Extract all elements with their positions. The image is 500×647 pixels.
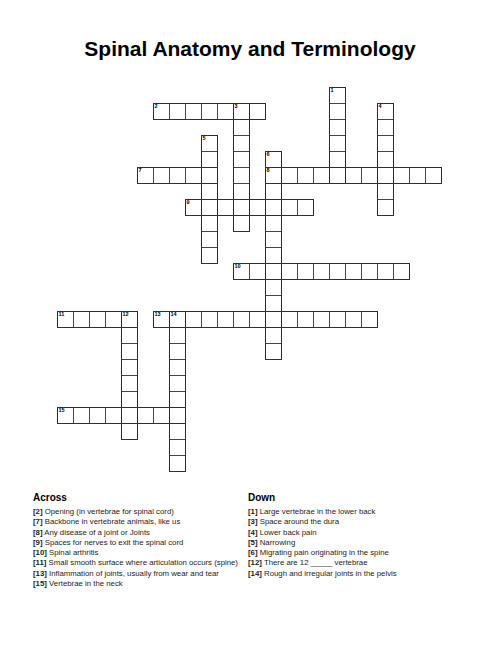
grid-cell[interactable] <box>265 183 282 200</box>
grid-cell[interactable] <box>345 263 362 280</box>
grid-cell[interactable] <box>329 119 346 136</box>
grid-cell[interactable] <box>169 407 186 424</box>
grid-cell[interactable] <box>201 103 218 120</box>
grid-cell[interactable] <box>121 327 138 344</box>
grid-cell[interactable] <box>265 311 282 328</box>
grid-cell[interactable] <box>233 215 250 232</box>
grid-cell[interactable] <box>73 407 90 424</box>
grid-cell[interactable] <box>377 151 394 168</box>
grid-cell[interactable] <box>201 199 218 216</box>
grid-cell[interactable] <box>201 247 218 264</box>
crossword-grid: 123456789101112131415 <box>57 87 443 473</box>
grid-cell[interactable] <box>425 167 442 184</box>
down-clue-1: [1] Large vertebrae in the lower back <box>248 507 468 517</box>
grid-cell[interactable] <box>281 263 298 280</box>
worksheet-page: Spinal Anatomy and Terminology 123456789… <box>0 0 500 647</box>
grid-cell[interactable] <box>169 359 186 376</box>
grid-cell[interactable] <box>377 103 394 120</box>
across-clue-2: [2] Opening (in vertebrae for spinal cor… <box>33 507 245 517</box>
grid-cell[interactable] <box>201 151 218 168</box>
grid-cell[interactable] <box>57 407 74 424</box>
across-clue-8: [8] Any disease of a joint or Joints <box>33 528 245 538</box>
grid-cell[interactable] <box>169 423 186 440</box>
grid-cell[interactable] <box>281 167 298 184</box>
grid-cell[interactable] <box>329 151 346 168</box>
down-clue-4: [4] Lower back pain <box>248 528 468 538</box>
grid-cell[interactable] <box>169 327 186 344</box>
grid-cell[interactable] <box>153 103 170 120</box>
grid-cell[interactable] <box>265 247 282 264</box>
grid-cell[interactable] <box>169 375 186 392</box>
grid-cell[interactable] <box>169 391 186 408</box>
grid-cell[interactable] <box>105 407 122 424</box>
grid-cell[interactable] <box>169 103 186 120</box>
grid-cell[interactable] <box>249 263 266 280</box>
grid-cell[interactable] <box>265 279 282 296</box>
grid-cell[interactable] <box>185 311 202 328</box>
grid-cell[interactable] <box>265 151 282 168</box>
grid-cell[interactable] <box>329 103 346 120</box>
grid-cell[interactable] <box>249 103 266 120</box>
grid-cell[interactable] <box>281 311 298 328</box>
grid-cell[interactable] <box>201 231 218 248</box>
grid-cell[interactable] <box>377 167 394 184</box>
grid-cell[interactable] <box>217 103 234 120</box>
grid-cell[interactable] <box>169 439 186 456</box>
across-clues-section: Across [2] Opening (in vertebrae for spi… <box>33 492 245 589</box>
across-clue-15: [15] Vertebrae in the neck <box>33 579 245 589</box>
grid-cell[interactable] <box>377 135 394 152</box>
grid-cell[interactable] <box>313 311 330 328</box>
grid-cell[interactable] <box>329 135 346 152</box>
across-clue-13: [13] Inflammation of joints, usually fro… <box>33 569 245 579</box>
grid-cell[interactable] <box>265 231 282 248</box>
grid-cell[interactable] <box>361 263 378 280</box>
grid-cell[interactable] <box>233 199 250 216</box>
grid-cell[interactable] <box>73 311 90 328</box>
grid-cell[interactable] <box>233 151 250 168</box>
down-clue-14: [14] Rough and irregular joints in the p… <box>248 569 468 579</box>
grid-cell[interactable] <box>377 119 394 136</box>
grid-cell[interactable] <box>121 375 138 392</box>
grid-cell[interactable] <box>329 263 346 280</box>
across-clue-list: [2] Opening (in vertebrae for spinal cor… <box>33 507 245 589</box>
grid-cell[interactable] <box>121 423 138 440</box>
grid-cell[interactable] <box>361 167 378 184</box>
grid-cell[interactable] <box>329 167 346 184</box>
grid-cell[interactable] <box>281 199 298 216</box>
grid-cell[interactable] <box>201 167 218 184</box>
grid-cell[interactable] <box>121 391 138 408</box>
across-clue-10: [10] Spinal arthritis <box>33 548 245 558</box>
grid-cell[interactable] <box>201 135 218 152</box>
grid-cell[interactable] <box>377 199 394 216</box>
grid-cell[interactable] <box>297 311 314 328</box>
grid-cell[interactable] <box>121 359 138 376</box>
grid-cell[interactable] <box>233 135 250 152</box>
grid-cell[interactable] <box>153 407 170 424</box>
grid-cell[interactable] <box>121 407 138 424</box>
grid-cell[interactable] <box>121 343 138 360</box>
grid-cell[interactable] <box>105 311 122 328</box>
down-clue-3: [3] Space around the dura <box>248 517 468 527</box>
grid-cell[interactable] <box>89 407 106 424</box>
grid-cell[interactable] <box>57 311 74 328</box>
grid-cell[interactable] <box>393 167 410 184</box>
grid-cell[interactable] <box>233 263 250 280</box>
grid-cell[interactable] <box>233 103 250 120</box>
grid-cell[interactable] <box>201 311 218 328</box>
grid-cell[interactable] <box>249 311 266 328</box>
grid-cell[interactable] <box>409 167 426 184</box>
grid-cell[interactable] <box>153 311 170 328</box>
grid-cell[interactable] <box>297 167 314 184</box>
grid-cell[interactable] <box>169 167 186 184</box>
grid-cell[interactable] <box>361 311 378 328</box>
down-header: Down <box>248 492 468 503</box>
grid-cell[interactable] <box>329 311 346 328</box>
grid-cell[interactable] <box>313 263 330 280</box>
grid-cell[interactable] <box>265 199 282 216</box>
grid-cell[interactable] <box>185 167 202 184</box>
grid-cell[interactable] <box>297 263 314 280</box>
grid-cell[interactable] <box>345 311 362 328</box>
grid-cell[interactable] <box>121 311 138 328</box>
grid-cell[interactable] <box>329 87 346 104</box>
grid-cell[interactable] <box>169 343 186 360</box>
down-clue-6: [6] Migrating pain originating in the sp… <box>248 548 468 558</box>
grid-cell[interactable] <box>265 263 282 280</box>
grid-cell[interactable] <box>201 215 218 232</box>
across-clue-7: [7] Backbone in vertebrate animals, like… <box>33 517 245 527</box>
down-clues-section: Down [1] Large vertebrae in the lower ba… <box>248 492 468 579</box>
grid-cell[interactable] <box>393 263 410 280</box>
grid-cell[interactable] <box>233 311 250 328</box>
grid-cell[interactable] <box>217 311 234 328</box>
across-header: Across <box>33 492 245 503</box>
grid-cell[interactable] <box>265 295 282 312</box>
grid-cell[interactable] <box>137 407 154 424</box>
grid-cell[interactable] <box>265 167 282 184</box>
grid-cell[interactable] <box>265 343 282 360</box>
grid-cell[interactable] <box>185 103 202 120</box>
down-clue-5: [5] Narrowing <box>248 538 468 548</box>
grid-cell[interactable] <box>217 199 234 216</box>
grid-cell[interactable] <box>313 167 330 184</box>
across-clue-9: [9] Spaces for nerves to exit the spinal… <box>33 538 245 548</box>
grid-cell[interactable] <box>169 455 186 472</box>
grid-cell[interactable] <box>377 263 394 280</box>
grid-cell[interactable] <box>265 215 282 232</box>
grid-cell[interactable] <box>377 183 394 200</box>
grid-cell[interactable] <box>137 167 154 184</box>
grid-cell[interactable] <box>201 183 218 200</box>
grid-cell[interactable] <box>153 167 170 184</box>
grid-cell[interactable] <box>249 199 266 216</box>
grid-cell[interactable] <box>233 119 250 136</box>
down-clue-12: [12] There are 12 _____ vertebrae <box>248 558 468 568</box>
grid-cell[interactable] <box>169 311 186 328</box>
grid-cell[interactable] <box>265 327 282 344</box>
grid-cell[interactable] <box>297 199 314 216</box>
across-clue-11: [11] Small smooth surface where articula… <box>33 558 245 568</box>
puzzle-title: Spinal Anatomy and Terminology <box>0 37 500 61</box>
down-clue-list: [1] Large vertebrae in the lower back[3]… <box>248 507 468 579</box>
grid-cell[interactable] <box>345 167 362 184</box>
grid-cell[interactable] <box>185 199 202 216</box>
grid-cell[interactable] <box>233 183 250 200</box>
grid-cell[interactable] <box>233 167 250 184</box>
grid-cell[interactable] <box>89 311 106 328</box>
